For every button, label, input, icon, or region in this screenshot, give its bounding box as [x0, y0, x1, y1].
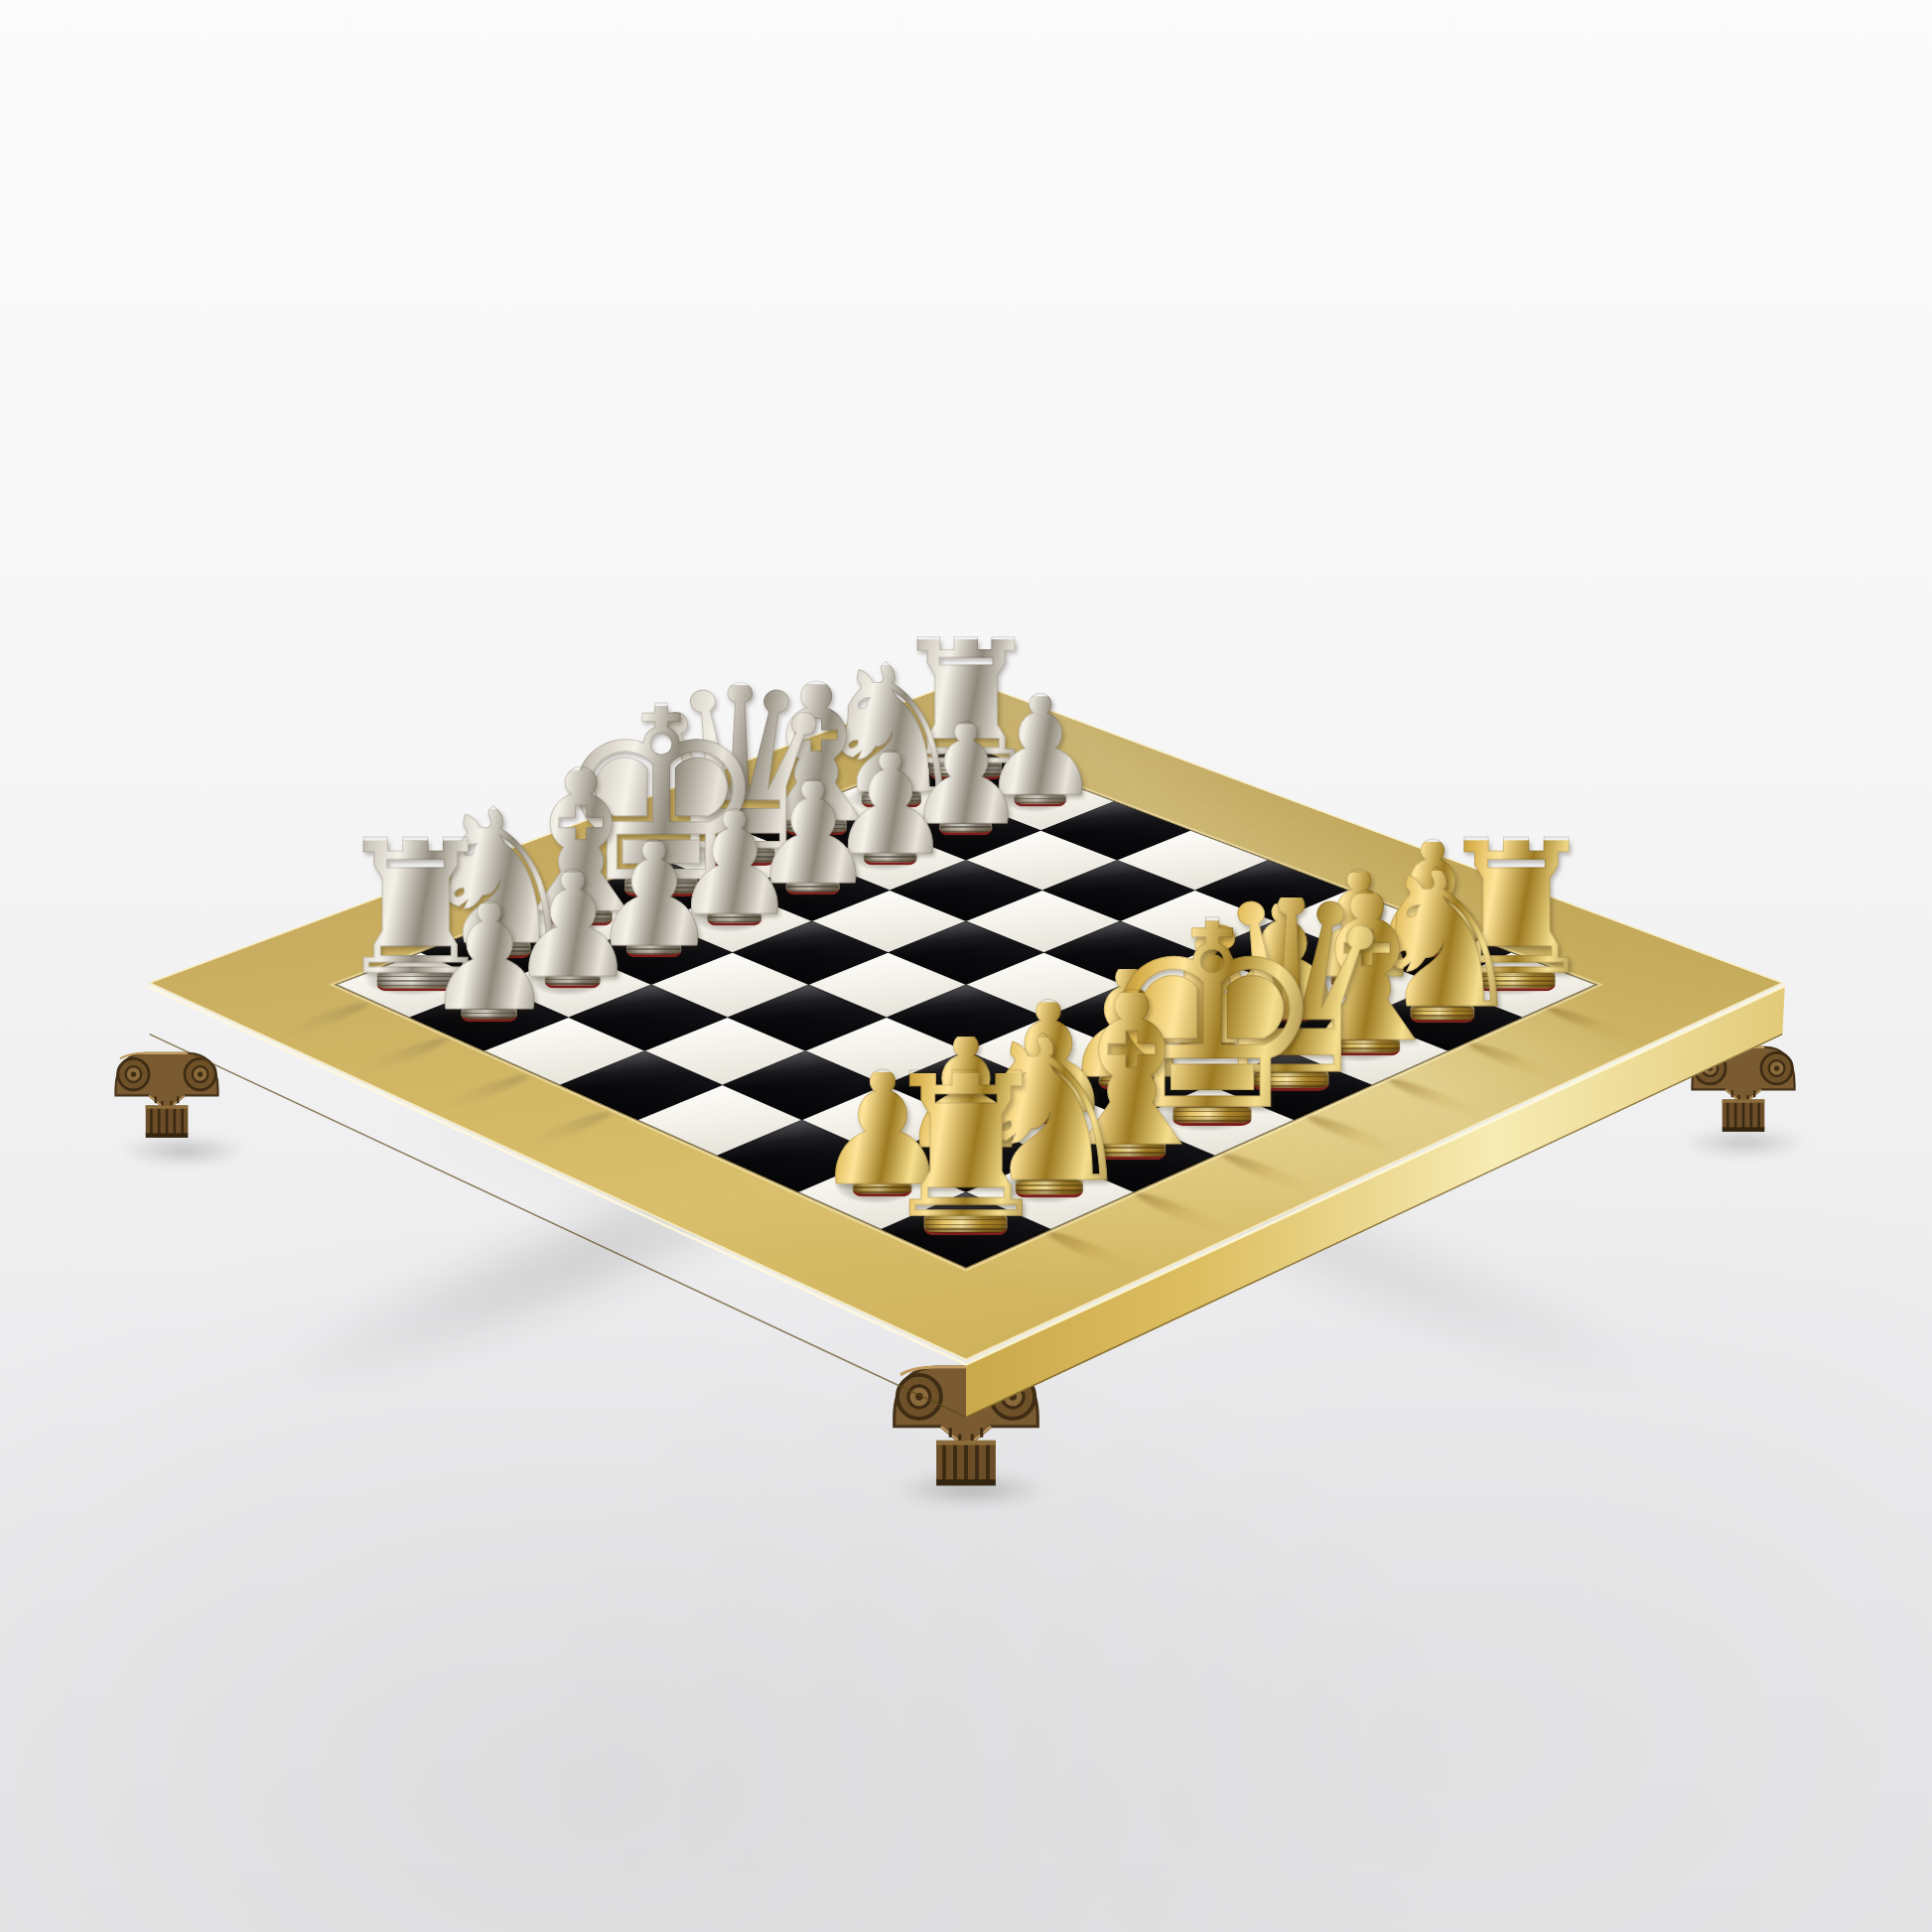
pawn-glyph: ♟ [750, 781, 878, 887]
pawn-glyph: ♟ [1294, 872, 1426, 981]
pawn-glyph: ♟ [1060, 969, 1196, 1081]
piece-silver-rook-a8: ♜ [889, 639, 1042, 779]
piece-base [708, 908, 762, 925]
piece-contact-shadow [822, 1167, 930, 1209]
piece-contact-shadow [516, 961, 618, 1001]
piece-gold-bishop-c1: ♝ [1276, 894, 1459, 1056]
square-h3 [717, 1120, 883, 1192]
square-b1 [1363, 985, 1522, 1051]
piece-contact-shadow [1149, 1027, 1252, 1067]
frame-reflection [1301, 1113, 1407, 1158]
board-scene [0, 0, 1932, 1932]
piece-contact-shadow [439, 929, 547, 969]
square-g8 [421, 921, 577, 985]
rook-glyph: ♜ [877, 1073, 1055, 1220]
piece-base [1014, 790, 1066, 806]
pawn-glyph: ♟ [1140, 936, 1274, 1047]
piece-base [1098, 1140, 1165, 1161]
piece-base [1331, 972, 1387, 989]
frame-reflection [519, 1109, 619, 1150]
piece-contact-shadow [676, 838, 790, 876]
piece-silver-bishop-f8: ♝ [492, 770, 668, 926]
square-d3 [1045, 985, 1204, 1051]
board-edge-shadow-left [125, 1012, 1046, 1499]
piece-gold-pawn-f2: ♟ [979, 1002, 1116, 1124]
rook-glyph: ♜ [333, 840, 498, 977]
pawn-glyph: ♟ [1368, 841, 1498, 948]
square-c3 [1123, 952, 1280, 1017]
square-e2 [1047, 1050, 1210, 1120]
board-feet [0, 0, 1932, 1932]
piece-base [786, 817, 847, 836]
square-c5 [966, 891, 1120, 953]
board-shadow [122, 933, 1810, 1311]
piece-contact-shadow [432, 994, 534, 1034]
frame-reflection [1542, 1005, 1647, 1046]
square-e4 [887, 985, 1045, 1051]
square-f7 [577, 921, 733, 985]
piece-gold-rook-a1: ♜ [1434, 840, 1599, 991]
square-f1 [1049, 1120, 1215, 1192]
board-side-front-left [147, 985, 966, 1419]
piece-gold-pawn-e2: ♟ [1060, 969, 1196, 1089]
square-g2 [883, 1120, 1048, 1192]
square-c2 [1204, 985, 1363, 1051]
piece-silver-pawn-d7: ♟ [750, 781, 878, 895]
square-g4 [723, 1050, 886, 1120]
square-a4 [1195, 860, 1348, 920]
frame-reflection [1383, 1076, 1489, 1120]
square-a5 [1117, 830, 1268, 890]
checkerboard [337, 745, 1595, 1267]
square-h8 [337, 952, 493, 1017]
piece-silver-pawn-h7: ♟ [423, 903, 556, 1022]
piece-base [862, 788, 921, 807]
piece-contact-shadow [759, 808, 863, 846]
pawn-glyph: ♟ [812, 1071, 952, 1187]
square-a1 [1438, 952, 1594, 1017]
piece-base [924, 1210, 1008, 1235]
piece-base [1019, 1106, 1076, 1124]
square-g7 [494, 952, 651, 1017]
pawn-glyph: ♟ [979, 1002, 1116, 1115]
pawn-glyph: ♟ [423, 903, 556, 1014]
piece-base [1256, 1005, 1312, 1022]
king-glyph: ♚ [1096, 920, 1328, 1112]
piece-gold-pawn-b2: ♟ [1294, 872, 1426, 989]
foot-shadow-front [867, 1467, 1075, 1511]
square-e8 [585, 860, 738, 920]
square-b8 [818, 773, 966, 831]
piece-base [468, 938, 530, 958]
square-a6 [1040, 801, 1190, 860]
piece-contact-shadow [1070, 1060, 1174, 1101]
frame-sheen [152, 680, 1780, 1359]
piece-base [939, 819, 992, 835]
square-d1 [1209, 1050, 1372, 1120]
piece-base [786, 879, 840, 895]
piece-base [936, 1142, 995, 1160]
square-h2 [798, 1156, 966, 1229]
square-b7 [892, 801, 1041, 860]
piece-gold-pawn-c2: ♟ [1217, 903, 1350, 1022]
square-h7 [410, 985, 569, 1051]
square-c6 [890, 860, 1042, 920]
piece-silver-knight-g8: ♞ [415, 809, 583, 958]
board-foot-right [1688, 1033, 1799, 1140]
piece-base [627, 940, 682, 957]
piece-contact-shadow [985, 1167, 1101, 1209]
piece-base [1411, 1003, 1475, 1023]
piece-base [624, 875, 698, 896]
piece-contact-shadow [348, 961, 472, 1001]
square-f2 [966, 1085, 1130, 1156]
knight-glyph: ♞ [812, 665, 971, 796]
square-a2 [1355, 921, 1511, 985]
frame-reflection [437, 1071, 535, 1112]
piece-contact-shadow [759, 868, 857, 906]
square-b3 [1199, 921, 1355, 985]
piece-base [1335, 1035, 1400, 1055]
pawn-glyph: ♟ [897, 1036, 1035, 1151]
square-a7 [966, 773, 1114, 831]
bishop-glyph: ♝ [731, 684, 901, 825]
piece-base [864, 848, 917, 864]
square-e1 [1130, 1085, 1294, 1156]
piece-gold-pawn-d2: ♟ [1140, 936, 1274, 1055]
piece-contact-shadow [1382, 994, 1492, 1034]
piece-contact-shadow [903, 752, 1019, 788]
piece-silver-pawn-a7: ♟ [978, 696, 1102, 806]
square-b4 [1120, 891, 1274, 953]
piece-gold-king-e1: ♚ [1096, 920, 1328, 1126]
square-g3 [802, 1085, 966, 1156]
square-g6 [569, 985, 728, 1051]
knight-glyph: ♞ [1357, 871, 1528, 1012]
product-photo: Luxury metal chess set product photo: po… [0, 0, 1932, 1932]
piece-contact-shadow [597, 868, 714, 906]
square-a8 [893, 745, 1039, 801]
rook-glyph: ♜ [1434, 840, 1599, 977]
square-e6 [733, 921, 889, 985]
square-d8 [664, 830, 815, 890]
frame-reflection [1041, 1229, 1150, 1277]
piece-gold-rook-h1: ♜ [877, 1073, 1055, 1235]
rook-glyph: ♜ [889, 639, 1042, 766]
square-d4 [966, 952, 1123, 1017]
piece-silver-king-e8: ♚ [553, 706, 768, 897]
piece-contact-shadow [989, 1095, 1094, 1137]
piece-base [1173, 1103, 1251, 1126]
frame-reflection [356, 1035, 455, 1075]
board-foot-front [883, 1356, 1049, 1487]
square-e5 [809, 952, 966, 1017]
square-e3 [966, 1018, 1127, 1085]
frame-reflection [277, 1000, 374, 1038]
piece-silver-pawn-c7: ♟ [827, 753, 953, 865]
pawn-glyph: ♟ [978, 696, 1102, 798]
board-edge-shadow-right [900, 1019, 1811, 1498]
pawn-glyph: ♟ [903, 724, 1029, 827]
knight-glyph: ♞ [960, 1036, 1141, 1185]
piece-base [550, 906, 613, 926]
piece-base [1016, 1175, 1083, 1196]
piece-contact-shadow [894, 1203, 1027, 1246]
pieces-layer: ♜♞♝♛♚♝♞♜♟♟♟♟♟♟♟♟♟♟♟♟♟♟♟♟♜♞♝♛♚♝♞♜ [0, 0, 1932, 1932]
queen-glyph: ♛ [637, 686, 841, 854]
chess-board [148, 678, 1785, 1360]
cast-shadow-layer [0, 0, 1932, 1932]
piece-contact-shadow [679, 898, 778, 937]
piece-gold-queen-d1: ♛ [1181, 897, 1400, 1091]
square-b2 [1281, 952, 1438, 1017]
piece-silver-rook-h8: ♜ [333, 840, 498, 991]
square-g1 [966, 1156, 1134, 1229]
board-foot-left [111, 1038, 222, 1146]
piece-contact-shadow [1306, 1027, 1417, 1067]
bishop-glyph: ♝ [1276, 894, 1459, 1045]
pawn-glyph: ♟ [670, 811, 799, 917]
piece-gold-knight-g1: ♞ [960, 1036, 1141, 1197]
piece-silver-pawn-e7: ♟ [670, 811, 799, 925]
piece-base [1477, 968, 1555, 991]
square-f6 [651, 952, 808, 1017]
foot-shadow-right [1660, 1124, 1829, 1162]
foot-shadow-left [99, 1132, 268, 1170]
square-f5 [728, 985, 887, 1051]
square-c7 [815, 830, 966, 890]
piece-contact-shadow [835, 779, 938, 817]
piece-base [1253, 1068, 1328, 1091]
piece-contact-shadow [521, 898, 628, 937]
square-d7 [737, 860, 890, 920]
square-a3 [1275, 891, 1429, 953]
piece-contact-shadow [1303, 961, 1404, 1001]
knight-glyph: ♞ [415, 809, 583, 947]
piece-contact-shadow [836, 838, 933, 876]
piece-contact-shadow [906, 1131, 1014, 1173]
square-g5 [644, 1018, 805, 1085]
piece-silver-pawn-f7: ♟ [590, 841, 720, 956]
piece-gold-pawn-a2: ♟ [1368, 841, 1498, 956]
piece-contact-shadow [1143, 1095, 1269, 1137]
square-h6 [484, 1018, 645, 1085]
piece-silver-queen-d8: ♛ [637, 686, 841, 867]
piece-base [462, 1005, 518, 1022]
piece-gold-pawn-h2: ♟ [812, 1071, 952, 1195]
square-b6 [966, 830, 1117, 890]
square-d5 [889, 921, 1044, 985]
piece-contact-shadow [987, 779, 1082, 817]
square-e7 [657, 891, 811, 953]
pawn-glyph: ♟ [827, 753, 953, 857]
square-d6 [812, 891, 966, 953]
piece-silver-pawn-b7: ♟ [903, 724, 1029, 835]
piece-contact-shadow [1226, 994, 1328, 1034]
piece-base [1178, 1037, 1235, 1054]
square-h1 [882, 1192, 1051, 1268]
piece-silver-pawn-g7: ♟ [507, 872, 639, 989]
piece-base [1406, 940, 1460, 957]
piece-contact-shadow [1223, 1060, 1346, 1101]
piece-gold-bishop-f1: ♝ [1037, 993, 1227, 1161]
king-glyph: ♚ [553, 706, 768, 884]
piece-gold-pawn-g2: ♟ [897, 1036, 1035, 1160]
pawn-glyph: ♟ [507, 872, 639, 981]
board-side-front-right [966, 985, 1785, 1419]
piece-base [545, 972, 601, 989]
piece-base [704, 845, 774, 866]
frame-reflection [1216, 1151, 1323, 1196]
square-f3 [885, 1050, 1047, 1120]
square-c4 [1043, 921, 1199, 985]
piece-silver-knight-b8: ♞ [812, 665, 971, 807]
frame-reflection [1462, 1040, 1569, 1083]
square-b5 [1042, 860, 1195, 920]
piece-base [377, 968, 455, 991]
square-c1 [1288, 1018, 1449, 1085]
piece-contact-shadow [1377, 929, 1477, 969]
square-f4 [805, 1018, 966, 1085]
bishop-glyph: ♝ [492, 770, 668, 915]
piece-contact-shadow [1449, 961, 1572, 1001]
piece-contact-shadow [1068, 1131, 1183, 1173]
square-c8 [742, 801, 892, 860]
piece-silver-bishop-c8: ♝ [731, 684, 901, 836]
square-f8 [503, 891, 657, 953]
pawn-glyph: ♟ [1217, 903, 1350, 1014]
bishop-glyph: ♝ [1037, 993, 1227, 1150]
piece-base [1100, 1071, 1158, 1089]
piece-contact-shadow [912, 808, 1009, 846]
square-d2 [1127, 1018, 1288, 1085]
square-h5 [560, 1050, 723, 1120]
piece-gold-knight-b1: ♞ [1357, 871, 1528, 1023]
queen-glyph: ♛ [1181, 897, 1400, 1078]
pawn-glyph: ♟ [590, 841, 720, 948]
piece-base [930, 759, 1003, 779]
square-h4 [637, 1085, 801, 1156]
frame-reflection [1129, 1189, 1236, 1236]
piece-base [853, 1178, 912, 1196]
piece-contact-shadow [599, 929, 699, 969]
